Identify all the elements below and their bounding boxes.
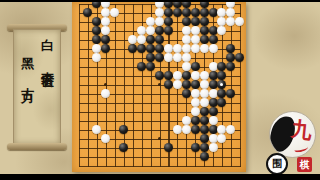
white-stone <box>182 116 191 125</box>
white-stone <box>217 134 226 143</box>
white-stone <box>101 89 110 98</box>
black-stone <box>182 8 191 17</box>
black-stone <box>209 107 218 116</box>
black-stone <box>191 143 200 152</box>
letterbox-top <box>0 0 320 2</box>
white-stone <box>209 116 218 125</box>
black-stone <box>209 26 218 35</box>
black-stone <box>164 8 173 17</box>
black-stone <box>191 17 200 26</box>
black-stone <box>182 80 191 89</box>
black-stone <box>209 80 218 89</box>
black-stone <box>200 134 209 143</box>
black-stone <box>164 80 173 89</box>
black-stone <box>226 89 235 98</box>
black-stone <box>200 143 209 152</box>
black-stone <box>191 8 200 17</box>
white-player-name: 李世石 <box>41 61 54 67</box>
white-stone <box>164 44 173 53</box>
black-stone <box>146 35 155 44</box>
black-stone <box>217 62 226 71</box>
black-stone <box>173 8 182 17</box>
white-stone <box>92 125 101 134</box>
black-stone <box>226 53 235 62</box>
black-player-name: 古力 <box>21 77 34 81</box>
black-stone <box>92 35 101 44</box>
black-stone <box>155 35 164 44</box>
black-stone <box>182 17 191 26</box>
black-stone <box>209 35 218 44</box>
white-stone <box>226 8 235 17</box>
white-stone <box>155 17 164 26</box>
white-stone <box>217 8 226 17</box>
white-stone <box>182 62 191 71</box>
channel-logo: 九 围 棋 <box>264 110 318 176</box>
white-stone <box>209 134 218 143</box>
black-player-label: 黑 <box>21 57 34 70</box>
black-stone <box>92 26 101 35</box>
logo-disc: 九 <box>269 111 316 158</box>
white-stone <box>235 17 244 26</box>
black-stone <box>200 107 209 116</box>
white-stone <box>191 89 200 98</box>
white-stone <box>209 44 218 53</box>
black-stone <box>164 17 173 26</box>
white-stone <box>200 80 209 89</box>
white-stone <box>101 26 110 35</box>
white-stone <box>217 125 226 134</box>
scroll-body: 白 李世石 黑 古力 <box>13 29 61 145</box>
logo-signature-stroke <box>294 144 309 153</box>
black-stone <box>200 125 209 134</box>
white-stone <box>217 26 226 35</box>
white-stone <box>209 143 218 152</box>
white-stone <box>155 8 164 17</box>
white-stone <box>217 17 226 26</box>
last-move-marker <box>220 83 223 86</box>
black-stone <box>128 44 137 53</box>
black-stone <box>217 80 226 89</box>
black-stone <box>200 152 209 161</box>
white-stone <box>200 98 209 107</box>
white-stone <box>173 44 182 53</box>
white-stone <box>191 98 200 107</box>
black-stone <box>146 53 155 62</box>
black-stone <box>182 71 191 80</box>
black-stone <box>200 116 209 125</box>
white-stone <box>101 8 110 17</box>
white-stone <box>182 44 191 53</box>
white-stone <box>200 44 209 53</box>
black-stone <box>92 17 101 26</box>
black-stone <box>155 26 164 35</box>
white-stone <box>137 35 146 44</box>
white-stone <box>191 26 200 35</box>
white-stone <box>101 17 110 26</box>
white-stone <box>101 134 110 143</box>
white-stone <box>173 125 182 134</box>
white-stone <box>226 125 235 134</box>
white-stone <box>191 71 200 80</box>
black-stone <box>164 143 173 152</box>
white-stone <box>182 35 191 44</box>
white-player-column: 白 李世石 <box>41 39 54 67</box>
black-stone <box>164 26 173 35</box>
black-stone <box>155 53 164 62</box>
white-stone <box>182 125 191 134</box>
black-stone <box>101 44 110 53</box>
letterbox-bottom <box>0 174 320 180</box>
black-stone <box>200 8 209 17</box>
black-stone <box>200 17 209 26</box>
white-stone <box>128 35 137 44</box>
black-stone <box>200 35 209 44</box>
scroll-roller-bottom <box>7 143 67 150</box>
black-stone <box>146 44 155 53</box>
black-stone <box>209 125 218 134</box>
black-stone <box>137 44 146 53</box>
logo-main-character: 九 <box>290 118 313 141</box>
black-stone <box>155 44 164 53</box>
black-stone <box>217 98 226 107</box>
white-stone <box>209 62 218 71</box>
white-stone <box>173 53 182 62</box>
white-stone <box>146 26 155 35</box>
black-stone <box>191 62 200 71</box>
white-stone <box>173 80 182 89</box>
black-stone <box>191 125 200 134</box>
black-stone <box>226 44 235 53</box>
video-frame: 白 李世石 黑 古力 九 围 棋 <box>0 0 320 180</box>
black-stone <box>200 26 209 35</box>
star-point <box>158 137 161 140</box>
black-stone <box>217 89 226 98</box>
white-stone <box>226 17 235 26</box>
white-stone <box>146 17 155 26</box>
black-stone <box>146 62 155 71</box>
white-stone <box>110 8 119 17</box>
black-stone <box>101 35 110 44</box>
black-stone <box>155 71 164 80</box>
black-player-column: 黑 古力 <box>21 57 34 81</box>
white-player-label: 白 <box>41 39 54 52</box>
black-stone <box>182 89 191 98</box>
black-stone <box>137 62 146 71</box>
black-stone <box>217 71 226 80</box>
white-stone <box>200 71 209 80</box>
black-stone <box>83 8 92 17</box>
white-stone <box>92 53 101 62</box>
black-stone <box>164 71 173 80</box>
star-point <box>158 83 161 86</box>
white-stone <box>191 35 200 44</box>
white-stone <box>209 89 218 98</box>
black-stone <box>209 8 218 17</box>
black-stone <box>226 62 235 71</box>
white-stone <box>182 53 191 62</box>
logo-red-seal: 棋 <box>297 157 312 172</box>
black-stone <box>209 98 218 107</box>
board-stone-grid <box>75 0 245 170</box>
black-stone <box>235 53 244 62</box>
black-stone <box>191 80 200 89</box>
logo-circle-character: 围 <box>266 153 288 175</box>
white-stone <box>191 44 200 53</box>
player-name-scroll: 白 李世石 黑 古力 <box>10 24 64 150</box>
white-stone <box>200 89 209 98</box>
black-stone <box>191 116 200 125</box>
go-board[interactable] <box>72 2 246 172</box>
white-stone <box>92 44 101 53</box>
white-stone <box>173 71 182 80</box>
white-stone <box>137 26 146 35</box>
star-point <box>104 83 107 86</box>
black-stone <box>119 125 128 134</box>
black-stone <box>209 71 218 80</box>
black-stone <box>119 143 128 152</box>
white-stone <box>191 107 200 116</box>
white-stone <box>164 53 173 62</box>
white-stone <box>182 26 191 35</box>
